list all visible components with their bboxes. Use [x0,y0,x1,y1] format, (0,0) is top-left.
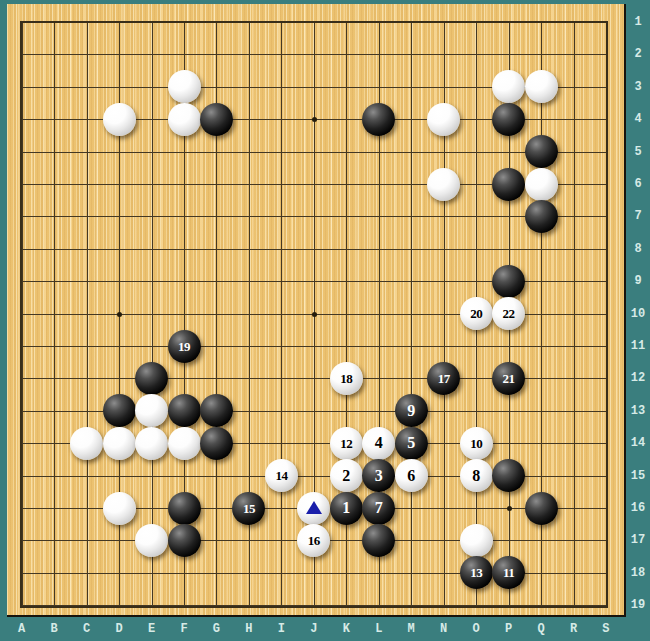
column-label-n: N [435,622,453,636]
stone-black-p4[interactable] [492,103,525,136]
stone-black-p6[interactable] [492,168,525,201]
move-number: 16 [308,533,320,546]
row-label-10: 10 [628,307,648,321]
column-label-r: R [565,622,583,636]
move-number: 5 [407,435,415,451]
stone-white-j16[interactable] [297,492,330,525]
row-label-11: 11 [628,339,648,353]
stone-white-o17[interactable] [460,524,493,557]
stone-black-q16[interactable] [525,492,558,525]
column-label-a: A [13,622,31,636]
column-label-p: P [500,622,518,636]
stone-black-g4[interactable] [200,103,233,136]
stone-black-d13[interactable] [103,394,136,427]
stone-black-e12[interactable] [135,362,168,395]
row-label-17: 17 [628,533,648,547]
row-label-5: 5 [628,145,648,159]
stone-white-i15[interactable]: 14 [265,459,298,492]
stone-white-n6[interactable] [427,168,460,201]
stone-white-d14[interactable] [103,427,136,460]
move-number: 11 [503,566,514,579]
stone-white-f14[interactable] [168,427,201,460]
column-label-c: C [78,622,96,636]
stone-white-o15[interactable]: 8 [460,459,493,492]
triangle-marker-icon [306,501,322,514]
move-number: 20 [470,307,482,320]
stone-black-l16[interactable]: 7 [362,492,395,525]
column-label-l: L [370,622,388,636]
row-label-19: 19 [628,598,648,612]
stone-black-q7[interactable] [525,200,558,233]
column-label-i: I [272,622,290,636]
stone-black-q5[interactable] [525,135,558,168]
column-label-g: G [207,622,225,636]
move-number: 19 [178,339,190,352]
move-number: 21 [503,371,515,384]
stone-black-l4[interactable] [362,103,395,136]
move-number: 10 [470,436,482,449]
move-number: 7 [375,500,383,516]
stone-black-p9[interactable] [492,265,525,298]
stone-white-o10[interactable]: 20 [460,297,493,330]
star-point [312,117,317,122]
move-number: 6 [407,467,415,483]
column-label-m: M [402,622,420,636]
row-label-16: 16 [628,501,648,515]
stone-black-f11[interactable]: 19 [168,330,201,363]
row-label-2: 2 [628,47,648,61]
stone-black-o18[interactable]: 13 [460,556,493,589]
move-number: 8 [472,467,480,483]
row-label-4: 4 [628,112,648,126]
stone-white-c14[interactable] [70,427,103,460]
stone-black-p15[interactable] [492,459,525,492]
column-label-b: B [45,622,63,636]
column-label-j: J [305,622,323,636]
move-number: 22 [503,307,515,320]
column-label-k: K [337,622,355,636]
move-number: 17 [438,371,450,384]
row-label-18: 18 [628,566,648,580]
stone-white-o14[interactable]: 10 [460,427,493,460]
move-number: 15 [243,501,255,514]
stone-black-f13[interactable] [168,394,201,427]
star-point [117,312,122,317]
move-number: 12 [340,436,352,449]
stone-white-d16[interactable] [103,492,136,525]
stone-white-k15[interactable]: 2 [330,459,363,492]
stone-white-d4[interactable] [103,103,136,136]
row-label-1: 1 [628,15,648,29]
stone-white-f3[interactable] [168,70,201,103]
row-label-9: 9 [628,274,648,288]
stone-black-m13[interactable]: 9 [395,394,428,427]
stone-white-k12[interactable]: 18 [330,362,363,395]
stone-black-h16[interactable]: 15 [232,492,265,525]
column-label-d: D [110,622,128,636]
stone-black-f17[interactable] [168,524,201,557]
column-label-e: E [143,622,161,636]
stone-white-f4[interactable] [168,103,201,136]
go-kifu-panel: 20221918172191245101423681517161311 ABCD… [0,0,650,641]
stone-white-e14[interactable] [135,427,168,460]
row-label-14: 14 [628,436,648,450]
row-label-15: 15 [628,469,648,483]
row-label-6: 6 [628,177,648,191]
stone-white-n4[interactable] [427,103,460,136]
star-point [507,506,512,511]
column-label-h: H [240,622,258,636]
stone-black-l17[interactable] [362,524,395,557]
column-label-o: O [467,622,485,636]
stone-black-k16[interactable]: 1 [330,492,363,525]
stone-white-j17[interactable]: 16 [297,524,330,557]
row-label-12: 12 [628,371,648,385]
move-number: 1 [342,500,350,516]
stone-white-k14[interactable]: 12 [330,427,363,460]
column-label-s: S [597,622,615,636]
stone-black-n12[interactable]: 17 [427,362,460,395]
row-label-7: 7 [628,209,648,223]
stone-black-g14[interactable] [200,427,233,460]
row-label-13: 13 [628,404,648,418]
stone-white-m15[interactable]: 6 [395,459,428,492]
stone-white-p10[interactable]: 22 [492,297,525,330]
star-point [312,312,317,317]
stone-white-l14[interactable]: 4 [362,427,395,460]
move-number: 9 [407,402,415,418]
stone-black-m14[interactable]: 5 [395,427,428,460]
stone-black-f16[interactable] [168,492,201,525]
stone-white-q3[interactable] [525,70,558,103]
stone-white-q6[interactable] [525,168,558,201]
stone-white-e17[interactable] [135,524,168,557]
move-number: 3 [375,467,383,483]
column-label-q: Q [532,622,550,636]
move-number: 14 [275,469,287,482]
move-number: 13 [470,566,482,579]
move-number: 2 [342,467,350,483]
move-number: 18 [340,371,352,384]
row-label-8: 8 [628,242,648,256]
move-number: 4 [375,435,383,451]
column-label-f: F [175,622,193,636]
row-label-3: 3 [628,80,648,94]
stone-black-p12[interactable]: 21 [492,362,525,395]
